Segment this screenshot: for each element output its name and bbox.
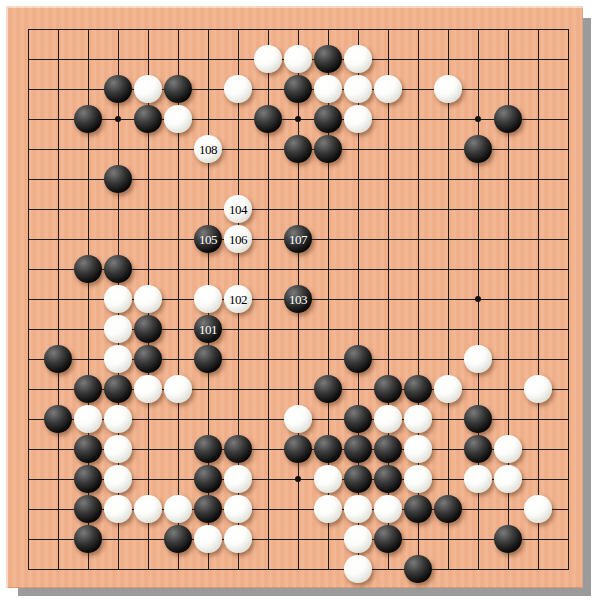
- stone-white[interactable]: [374, 495, 402, 523]
- stone-white[interactable]: [134, 285, 162, 313]
- stone-black[interactable]: [104, 375, 132, 403]
- stone-white[interactable]: [284, 405, 312, 433]
- move-number-label: 104: [229, 203, 247, 216]
- stone-white[interactable]: [104, 435, 132, 463]
- stone-black[interactable]: [344, 345, 372, 373]
- stone-white[interactable]: [224, 525, 252, 553]
- stone-black[interactable]: [74, 375, 102, 403]
- stone-black[interactable]: [284, 135, 312, 163]
- stone-black[interactable]: [314, 435, 342, 463]
- move-number-label: 105: [199, 233, 217, 246]
- stone-white[interactable]: 108: [194, 135, 222, 163]
- stone-black[interactable]: 101: [194, 315, 222, 343]
- stone-black[interactable]: [494, 105, 522, 133]
- stone-black[interactable]: [44, 345, 72, 373]
- grid-line-vertical: [538, 29, 539, 570]
- star-point: [295, 476, 301, 482]
- stone-black[interactable]: [464, 135, 492, 163]
- stone-white[interactable]: [164, 495, 192, 523]
- stone-black[interactable]: [164, 525, 192, 553]
- stone-black[interactable]: [344, 435, 372, 463]
- stone-black[interactable]: [74, 255, 102, 283]
- stone-black[interactable]: [344, 405, 372, 433]
- stone-black[interactable]: [494, 525, 522, 553]
- stone-black[interactable]: 103: [284, 285, 312, 313]
- stone-white[interactable]: [164, 105, 192, 133]
- stone-black[interactable]: [374, 525, 402, 553]
- stone-white[interactable]: [254, 45, 282, 73]
- grid-line-vertical: [448, 29, 449, 570]
- stone-black[interactable]: [464, 405, 492, 433]
- stone-black[interactable]: [344, 465, 372, 493]
- stone-black[interactable]: [404, 555, 432, 583]
- stone-black[interactable]: [194, 435, 222, 463]
- stone-black[interactable]: [314, 135, 342, 163]
- stone-black[interactable]: [374, 435, 402, 463]
- stone-black[interactable]: [314, 45, 342, 73]
- stone-black[interactable]: [134, 345, 162, 373]
- stone-white[interactable]: [224, 75, 252, 103]
- star-point: [475, 116, 481, 122]
- move-number-label: 106: [229, 233, 247, 246]
- stone-black[interactable]: 107: [284, 225, 312, 253]
- stone-black[interactable]: [464, 435, 492, 463]
- stone-white[interactable]: [314, 465, 342, 493]
- grid-line-horizontal: [28, 569, 569, 570]
- stone-white[interactable]: [434, 75, 462, 103]
- stone-black[interactable]: [74, 465, 102, 493]
- stone-white[interactable]: [464, 465, 492, 493]
- move-number-label: 108: [199, 143, 217, 156]
- stone-black[interactable]: [314, 375, 342, 403]
- stone-white[interactable]: [494, 465, 522, 493]
- stone-white[interactable]: [104, 465, 132, 493]
- stone-black[interactable]: [284, 75, 312, 103]
- stone-black[interactable]: [74, 435, 102, 463]
- grid-line-horizontal: [28, 539, 569, 540]
- stone-white[interactable]: [104, 315, 132, 343]
- star-point: [295, 116, 301, 122]
- stone-white[interactable]: [134, 495, 162, 523]
- stone-white[interactable]: [134, 375, 162, 403]
- stone-white[interactable]: [404, 465, 432, 493]
- stone-white[interactable]: [104, 405, 132, 433]
- stone-white[interactable]: [524, 495, 552, 523]
- go-board[interactable]: 108104105106107102103101: [6, 6, 583, 588]
- stone-black[interactable]: [194, 495, 222, 523]
- move-number-label: 103: [289, 293, 307, 306]
- star-point: [115, 116, 121, 122]
- stone-white[interactable]: [104, 285, 132, 313]
- stone-white[interactable]: [524, 375, 552, 403]
- stone-black[interactable]: [134, 105, 162, 133]
- star-point: [475, 296, 481, 302]
- stone-black[interactable]: [74, 495, 102, 523]
- stone-black[interactable]: [404, 495, 432, 523]
- stone-black[interactable]: [74, 525, 102, 553]
- stone-black[interactable]: [134, 315, 162, 343]
- stone-black[interactable]: [374, 375, 402, 403]
- stone-white[interactable]: [224, 465, 252, 493]
- go-app-window: 108104105106107102103101: [0, 0, 600, 600]
- stone-white[interactable]: [344, 525, 372, 553]
- stone-white[interactable]: [464, 345, 492, 373]
- stone-white[interactable]: [344, 75, 372, 103]
- stone-white[interactable]: [344, 45, 372, 73]
- stone-white[interactable]: [194, 285, 222, 313]
- stone-white[interactable]: 106: [224, 225, 252, 253]
- stone-white[interactable]: [374, 75, 402, 103]
- stone-white[interactable]: [374, 405, 402, 433]
- stone-white[interactable]: 102: [224, 285, 252, 313]
- stone-black[interactable]: [314, 105, 342, 133]
- stone-black[interactable]: [194, 465, 222, 493]
- stone-white[interactable]: [164, 375, 192, 403]
- stone-white[interactable]: [494, 435, 522, 463]
- stone-white[interactable]: [404, 405, 432, 433]
- stone-white[interactable]: [224, 495, 252, 523]
- stone-white[interactable]: [194, 525, 222, 553]
- move-number-label: 107: [289, 233, 307, 246]
- stone-white[interactable]: [134, 75, 162, 103]
- stone-black[interactable]: [284, 435, 312, 463]
- stone-white[interactable]: [104, 345, 132, 373]
- move-number-label: 101: [199, 323, 217, 336]
- stone-black[interactable]: [44, 405, 72, 433]
- stone-black[interactable]: 105: [194, 225, 222, 253]
- stone-black[interactable]: [74, 105, 102, 133]
- stone-white[interactable]: [314, 495, 342, 523]
- stone-white[interactable]: [434, 375, 462, 403]
- stone-black[interactable]: [104, 165, 132, 193]
- stone-white[interactable]: [104, 495, 132, 523]
- stone-white[interactable]: [314, 75, 342, 103]
- stone-black[interactable]: [104, 75, 132, 103]
- stone-white[interactable]: [344, 555, 372, 583]
- stone-black[interactable]: [164, 75, 192, 103]
- move-number-label: 102: [229, 293, 247, 306]
- stone-black[interactable]: [404, 375, 432, 403]
- stone-black[interactable]: [374, 465, 402, 493]
- stone-black[interactable]: [224, 435, 252, 463]
- stone-white[interactable]: [404, 435, 432, 463]
- stone-black[interactable]: [434, 495, 462, 523]
- stone-black[interactable]: [194, 345, 222, 373]
- stone-black[interactable]: [104, 255, 132, 283]
- stone-white[interactable]: 104: [224, 195, 252, 223]
- stone-black[interactable]: [254, 105, 282, 133]
- stone-white[interactable]: [74, 405, 102, 433]
- stone-white[interactable]: [284, 45, 312, 73]
- stone-white[interactable]: [344, 105, 372, 133]
- stone-white[interactable]: [344, 495, 372, 523]
- grid-line-vertical: [568, 29, 569, 570]
